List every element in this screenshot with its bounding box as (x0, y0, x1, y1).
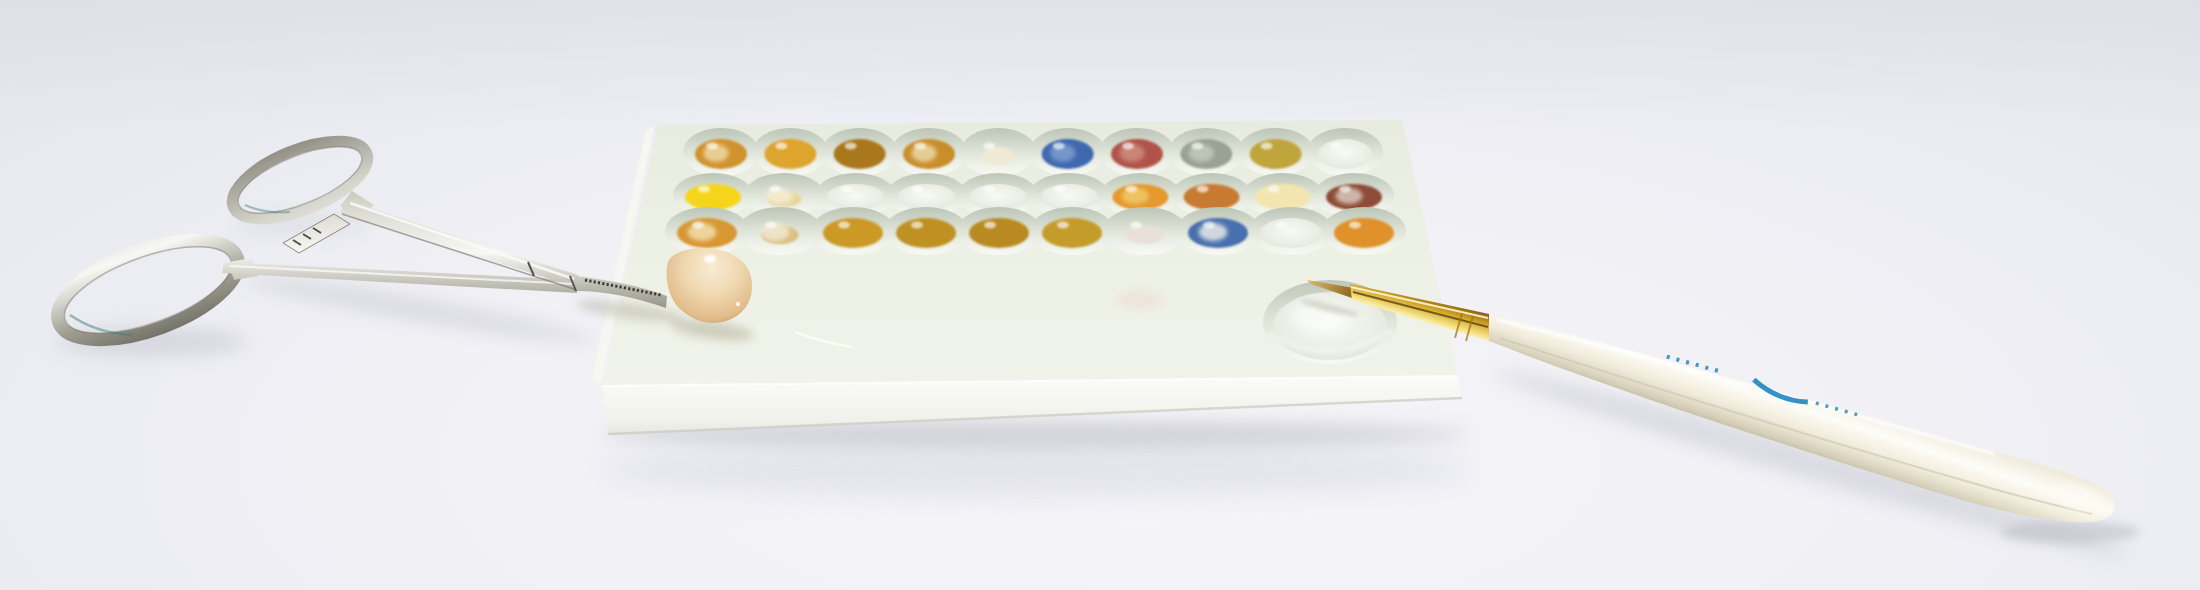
palette-well-r1c7 (1099, 128, 1175, 176)
palette-well-r3c9 (1249, 207, 1333, 255)
palette-well-r1c10 (1307, 128, 1383, 176)
palette-well-r3c6 (1030, 207, 1114, 255)
palette-well-r3c10 (1322, 207, 1406, 255)
veneer-specular (704, 255, 716, 263)
paintbrush (1300, 280, 2115, 522)
palette-well-r3c2 (738, 207, 822, 255)
brush-handle (1489, 314, 2114, 522)
pink-smudge (1116, 291, 1164, 309)
palette-well-r1c4 (891, 128, 967, 176)
veneer-specular-2 (736, 302, 740, 306)
pigment-wells (665, 128, 1406, 255)
palette-well-r1c6 (1030, 128, 1106, 176)
palette-well-r1c3 (822, 128, 898, 176)
palette-well-r1c9 (1238, 128, 1314, 176)
palette-well-r3c8 (1176, 207, 1260, 255)
palette-well-r3c4 (884, 207, 968, 255)
photo-rendering (0, 0, 2200, 590)
palette-well-r3c3 (811, 207, 895, 255)
palette-well-r3c5 (957, 207, 1041, 255)
palette-well-r3c7 (1103, 207, 1187, 255)
palette-well-r1c8 (1168, 128, 1244, 176)
palette-well-r1c2 (752, 128, 828, 176)
upper-shank-highlight (350, 203, 574, 279)
palette-well-r3c1 (665, 207, 749, 255)
palette-well-r1c5 (960, 128, 1036, 176)
brush-end-shadow (2000, 521, 2140, 543)
tile-reflection (595, 442, 1475, 498)
photo-scene (0, 0, 2200, 590)
palette-well-r1c1 (683, 128, 759, 176)
